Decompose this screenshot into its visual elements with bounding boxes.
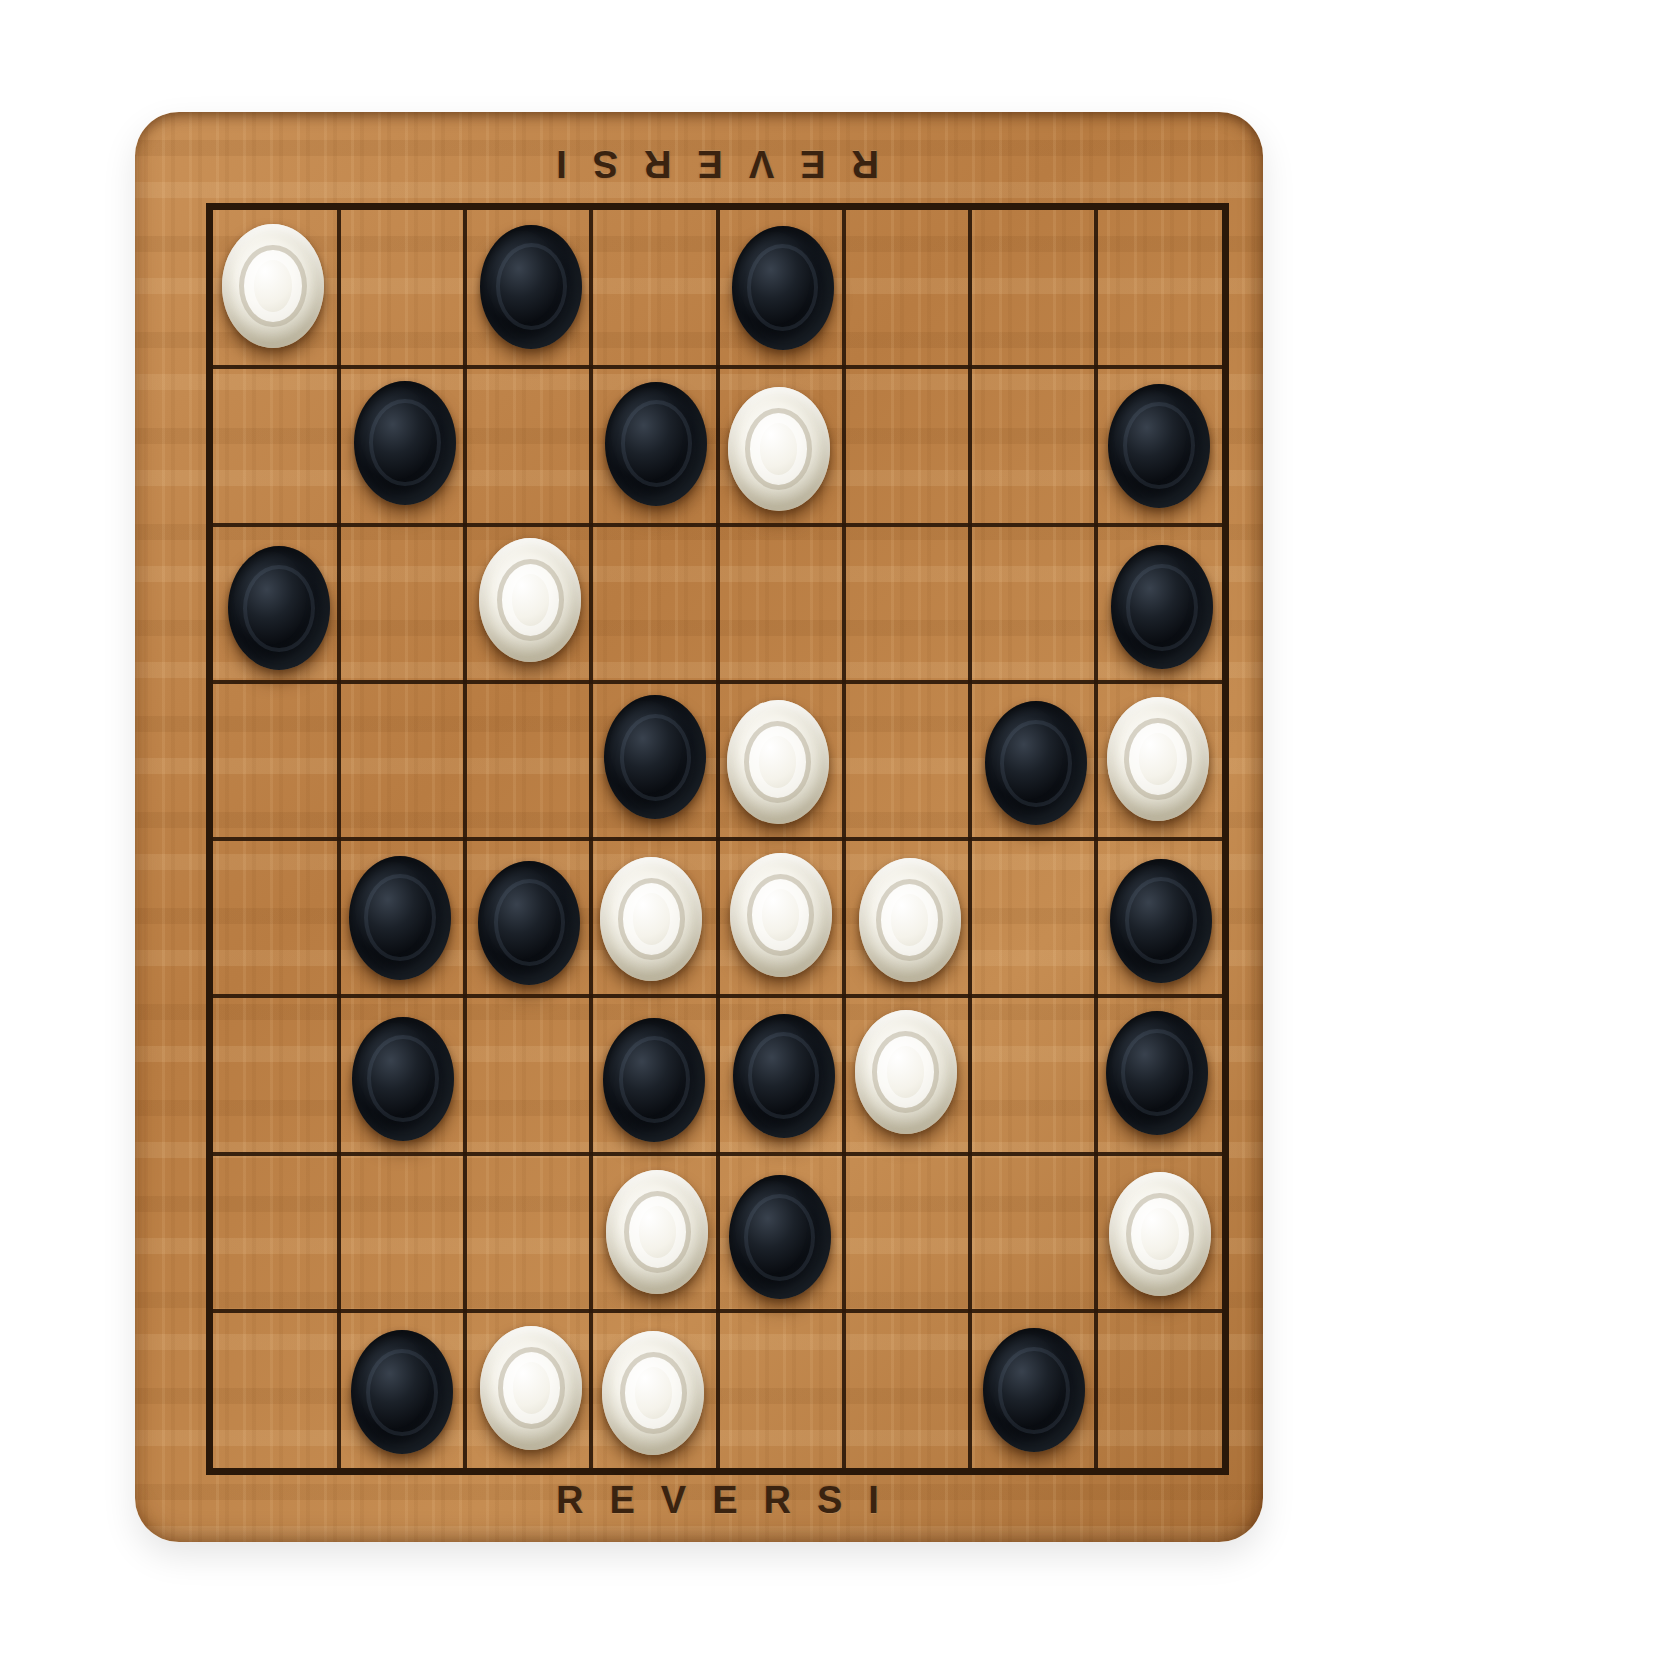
cell-d1[interactable] bbox=[591, 210, 717, 367]
black-disc-g4 bbox=[985, 701, 1087, 825]
board-title-bottom: REVERSI bbox=[206, 1480, 1229, 1520]
cell-h6[interactable] bbox=[1096, 996, 1222, 1153]
black-disc-h6 bbox=[1106, 1011, 1208, 1135]
cell-a3[interactable] bbox=[213, 525, 339, 682]
black-disc-h3 bbox=[1111, 545, 1213, 669]
cell-f5[interactable] bbox=[844, 839, 970, 996]
cell-f6[interactable] bbox=[844, 996, 970, 1153]
cell-g2[interactable] bbox=[970, 367, 1096, 524]
black-disc-e7 bbox=[729, 1175, 831, 1299]
cell-b2[interactable] bbox=[339, 367, 465, 524]
cell-f2[interactable] bbox=[844, 367, 970, 524]
cell-a8[interactable] bbox=[213, 1311, 339, 1468]
white-disc-c3 bbox=[479, 538, 581, 662]
board-grid bbox=[206, 203, 1229, 1475]
white-disc-d5 bbox=[600, 857, 702, 981]
cell-c6[interactable] bbox=[465, 996, 591, 1153]
cell-h1[interactable] bbox=[1096, 210, 1222, 367]
cell-h8[interactable] bbox=[1096, 1311, 1222, 1468]
cell-h4[interactable] bbox=[1096, 682, 1222, 839]
white-disc-e5 bbox=[730, 853, 832, 977]
black-disc-a3 bbox=[228, 546, 330, 670]
cell-d4[interactable] bbox=[591, 682, 717, 839]
black-disc-d4 bbox=[604, 695, 706, 819]
black-disc-b5 bbox=[349, 856, 451, 980]
cell-g8[interactable] bbox=[970, 1311, 1096, 1468]
cell-e5[interactable] bbox=[718, 839, 844, 996]
cell-d5[interactable] bbox=[591, 839, 717, 996]
cell-c5[interactable] bbox=[465, 839, 591, 996]
cell-f1[interactable] bbox=[844, 210, 970, 367]
cell-e6[interactable] bbox=[718, 996, 844, 1153]
cell-f3[interactable] bbox=[844, 525, 970, 682]
cell-b1[interactable] bbox=[339, 210, 465, 367]
cell-c8[interactable] bbox=[465, 1311, 591, 1468]
black-disc-b8 bbox=[351, 1330, 453, 1454]
white-disc-e4 bbox=[727, 700, 829, 824]
cell-g3[interactable] bbox=[970, 525, 1096, 682]
cell-b6[interactable] bbox=[339, 996, 465, 1153]
white-disc-h4 bbox=[1107, 697, 1209, 821]
cell-g6[interactable] bbox=[970, 996, 1096, 1153]
black-disc-d6 bbox=[603, 1018, 705, 1142]
black-disc-b6 bbox=[352, 1017, 454, 1141]
white-disc-a1 bbox=[222, 224, 324, 348]
cell-a7[interactable] bbox=[213, 1154, 339, 1311]
cell-h5[interactable] bbox=[1096, 839, 1222, 996]
cell-f7[interactable] bbox=[844, 1154, 970, 1311]
black-disc-c1 bbox=[480, 225, 582, 349]
black-disc-e6 bbox=[733, 1014, 835, 1138]
white-disc-f6 bbox=[855, 1010, 957, 1134]
black-disc-b2 bbox=[354, 381, 456, 505]
black-disc-e1 bbox=[732, 226, 834, 350]
black-disc-g8 bbox=[983, 1328, 1085, 1452]
cell-h3[interactable] bbox=[1096, 525, 1222, 682]
cell-b8[interactable] bbox=[339, 1311, 465, 1468]
cell-a4[interactable] bbox=[213, 682, 339, 839]
cell-e8[interactable] bbox=[718, 1311, 844, 1468]
cell-c1[interactable] bbox=[465, 210, 591, 367]
cell-d2[interactable] bbox=[591, 367, 717, 524]
cell-e2[interactable] bbox=[718, 367, 844, 524]
cell-g1[interactable] bbox=[970, 210, 1096, 367]
cell-b7[interactable] bbox=[339, 1154, 465, 1311]
cell-d7[interactable] bbox=[591, 1154, 717, 1311]
cell-g7[interactable] bbox=[970, 1154, 1096, 1311]
cell-b5[interactable] bbox=[339, 839, 465, 996]
white-disc-d7 bbox=[606, 1170, 708, 1294]
cell-h2[interactable] bbox=[1096, 367, 1222, 524]
white-disc-e2 bbox=[728, 387, 830, 511]
white-disc-d8 bbox=[602, 1331, 704, 1455]
cell-c3[interactable] bbox=[465, 525, 591, 682]
cell-d6[interactable] bbox=[591, 996, 717, 1153]
cell-e4[interactable] bbox=[718, 682, 844, 839]
cell-f4[interactable] bbox=[844, 682, 970, 839]
white-disc-h7 bbox=[1109, 1172, 1211, 1296]
cell-b3[interactable] bbox=[339, 525, 465, 682]
white-disc-f5 bbox=[859, 858, 961, 982]
cell-e1[interactable] bbox=[718, 210, 844, 367]
board-title-top: REVERSI bbox=[206, 144, 1229, 184]
reversi-board: REVERSI REVERSI bbox=[135, 112, 1263, 1542]
cell-c7[interactable] bbox=[465, 1154, 591, 1311]
cell-a6[interactable] bbox=[213, 996, 339, 1153]
cell-a2[interactable] bbox=[213, 367, 339, 524]
cell-d8[interactable] bbox=[591, 1311, 717, 1468]
page: REVERSI REVERSI bbox=[0, 0, 1680, 1680]
cell-c4[interactable] bbox=[465, 682, 591, 839]
cell-b4[interactable] bbox=[339, 682, 465, 839]
cell-g4[interactable] bbox=[970, 682, 1096, 839]
black-disc-h5 bbox=[1110, 859, 1212, 983]
cell-e7[interactable] bbox=[718, 1154, 844, 1311]
cell-a1[interactable] bbox=[213, 210, 339, 367]
cell-c2[interactable] bbox=[465, 367, 591, 524]
cell-d3[interactable] bbox=[591, 525, 717, 682]
black-disc-h2 bbox=[1108, 384, 1210, 508]
cell-f8[interactable] bbox=[844, 1311, 970, 1468]
black-disc-c5 bbox=[478, 861, 580, 985]
cell-e3[interactable] bbox=[718, 525, 844, 682]
white-disc-c8 bbox=[480, 1326, 582, 1450]
cell-g5[interactable] bbox=[970, 839, 1096, 996]
cell-h7[interactable] bbox=[1096, 1154, 1222, 1311]
cell-a5[interactable] bbox=[213, 839, 339, 996]
black-disc-d2 bbox=[605, 382, 707, 506]
